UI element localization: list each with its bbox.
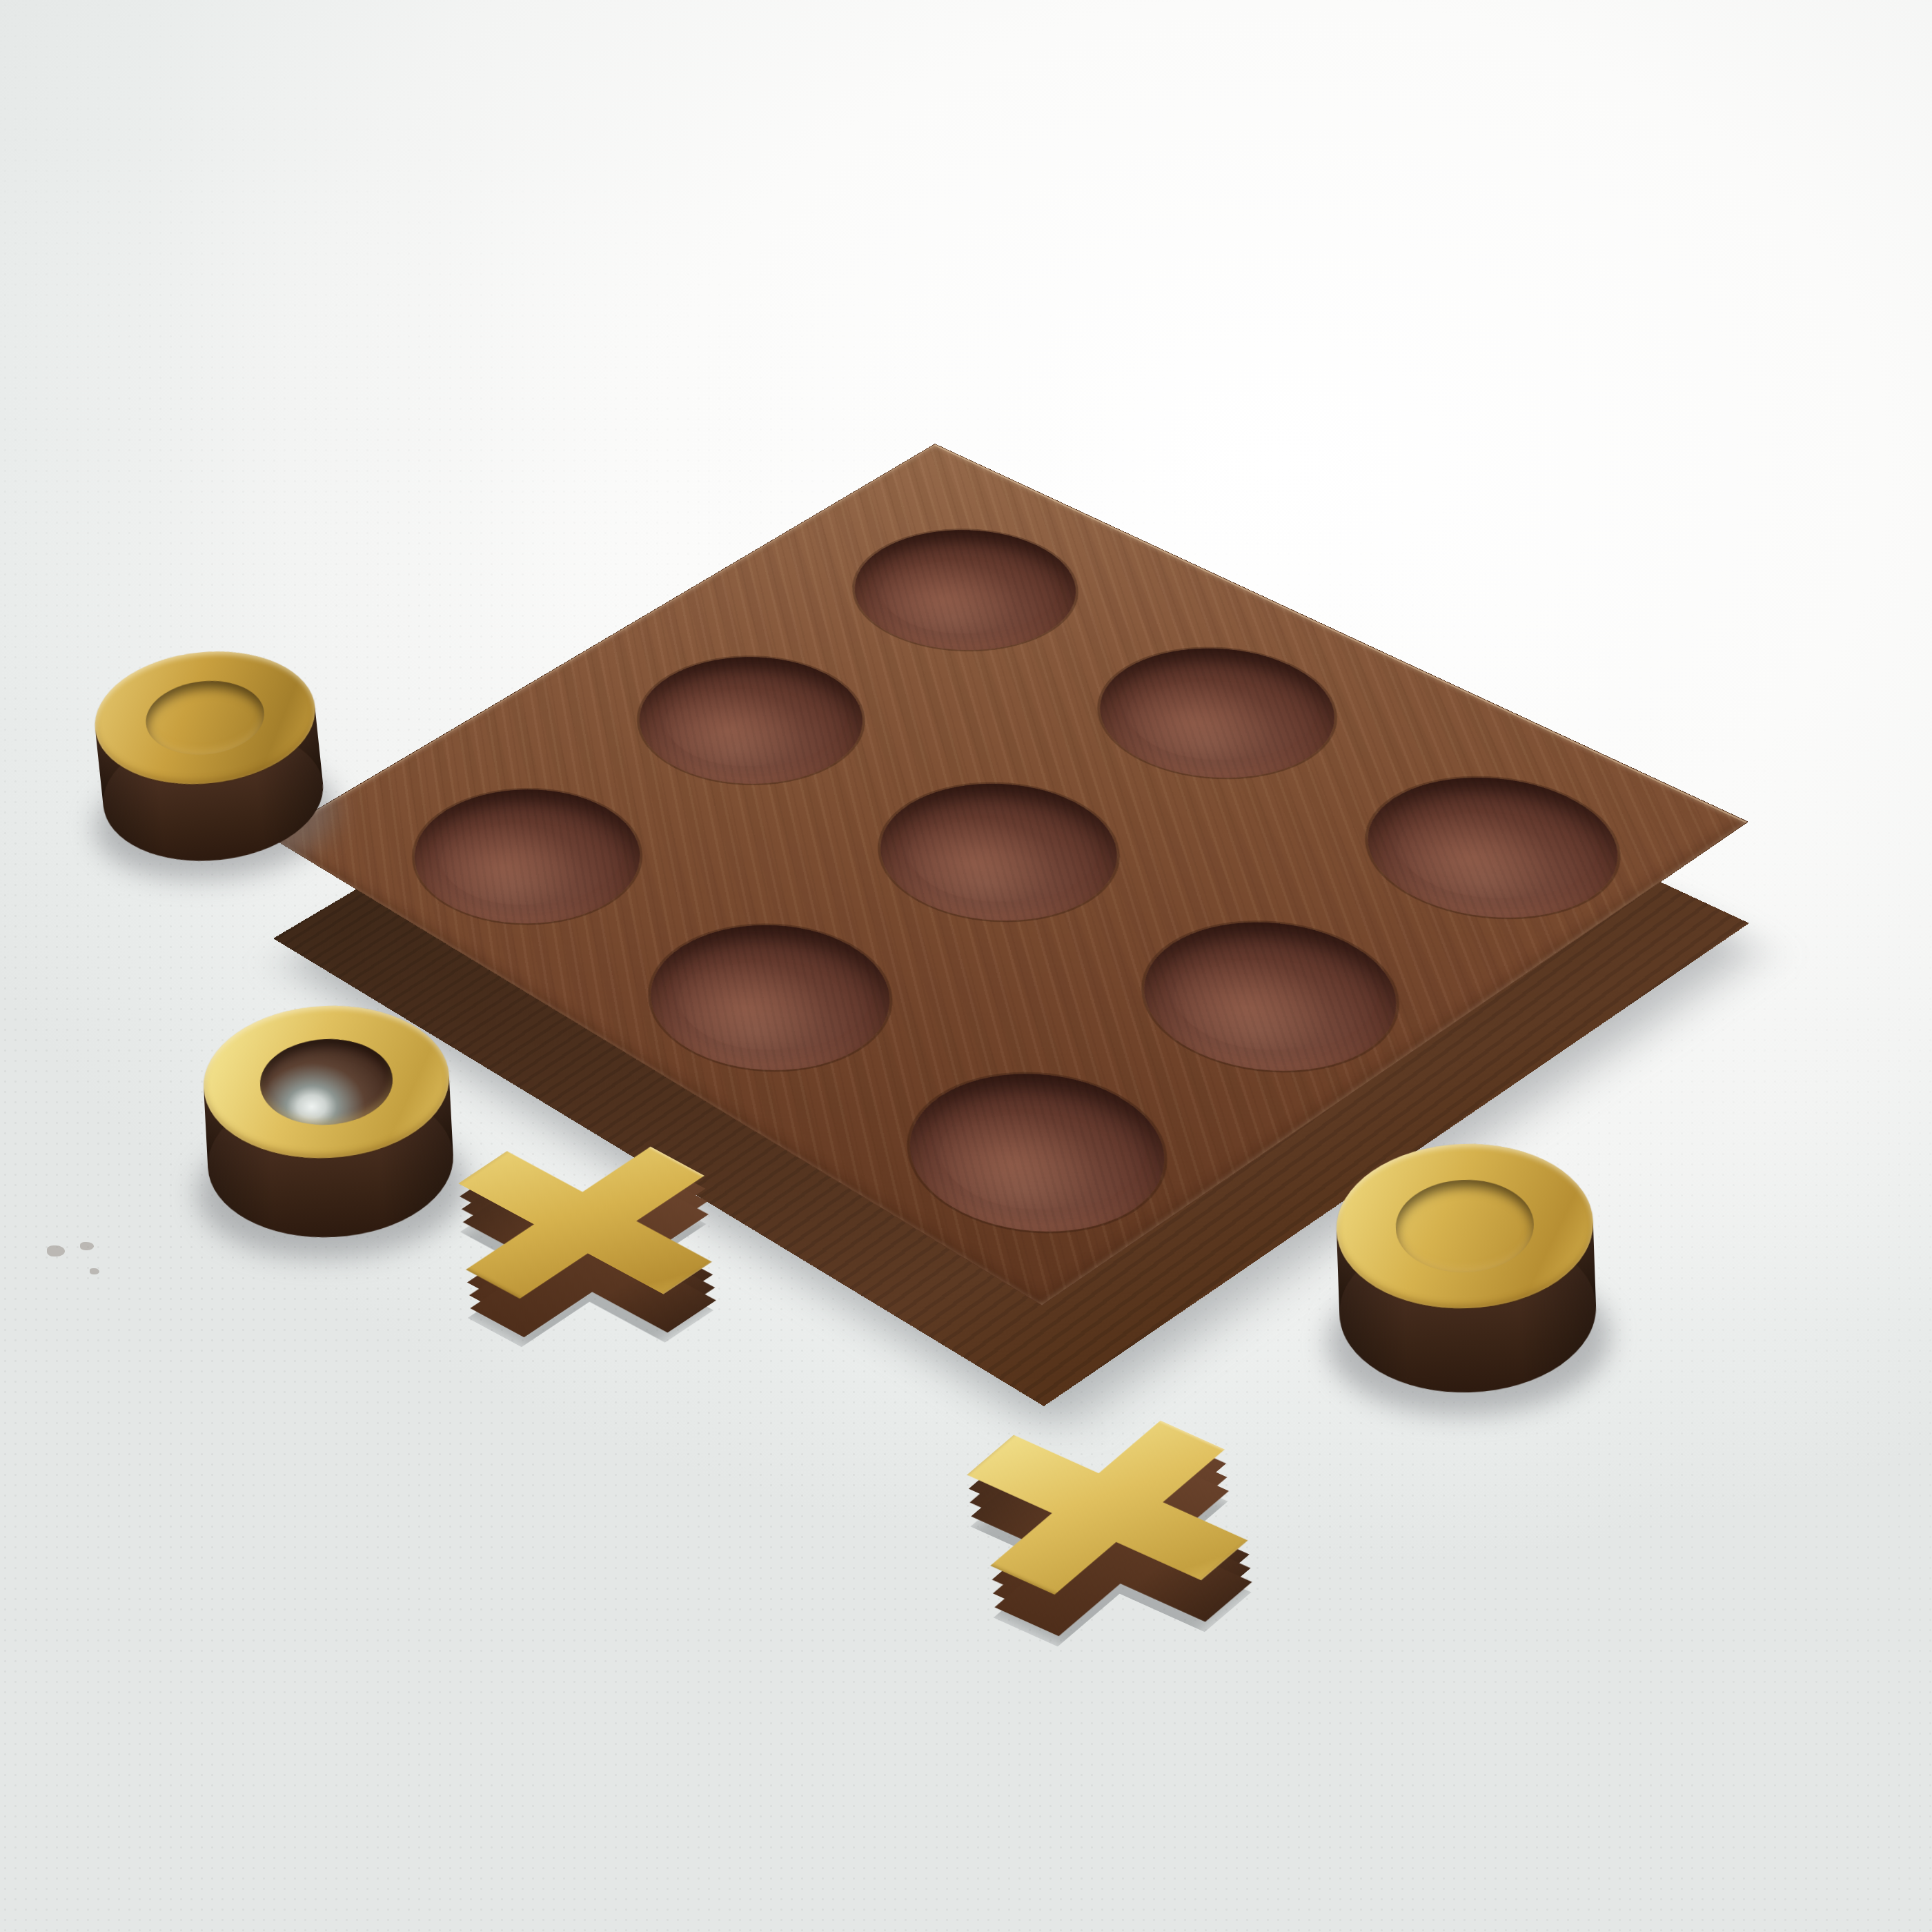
dust-speck bbox=[47, 1245, 65, 1256]
ring-hole bbox=[258, 1036, 395, 1128]
cell-r2c1[interactable] bbox=[594, 631, 909, 811]
piece-o-2[interactable] bbox=[199, 1000, 457, 1243]
piece-o-3[interactable] bbox=[1334, 1140, 1599, 1397]
cell-r2c2[interactable] bbox=[832, 756, 1166, 950]
cross-side bbox=[909, 1423, 1314, 1675]
cell-r1c1[interactable] bbox=[810, 506, 1122, 676]
dust-speck bbox=[80, 1242, 94, 1250]
ring-hole bbox=[142, 675, 268, 760]
cell-r3c1[interactable] bbox=[368, 762, 687, 952]
piece-o-1[interactable] bbox=[88, 641, 330, 871]
piece-x-2[interactable] bbox=[905, 1382, 1310, 1633]
ring-hole bbox=[1394, 1178, 1535, 1274]
cell-r1c2[interactable] bbox=[1053, 622, 1383, 805]
photo-scene bbox=[0, 0, 1932, 1932]
dust-speck bbox=[90, 1268, 99, 1274]
